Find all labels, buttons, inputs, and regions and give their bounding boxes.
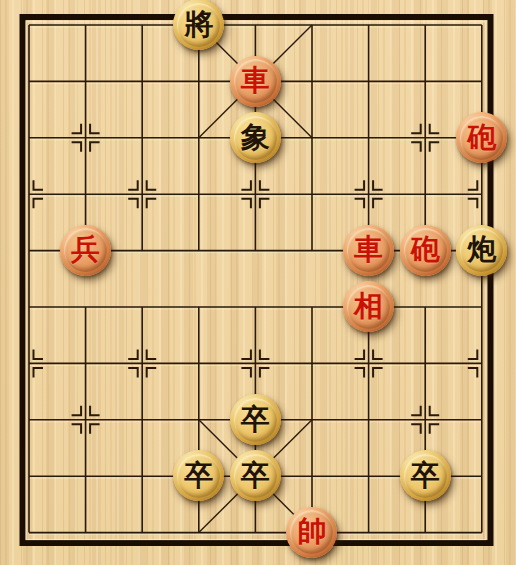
piece-glyph: 卒 xyxy=(234,398,277,442)
piece-glyph: 卒 xyxy=(404,454,447,498)
xiangqi-board[interactable]: 將車象砲兵車砲炮相卒卒卒卒帥 xyxy=(0,0,516,565)
piece-glyph: 車 xyxy=(347,228,390,272)
piece-glyph: 炮 xyxy=(460,228,503,272)
piece-red-cannon[interactable]: 砲 xyxy=(456,112,507,163)
piece-black-soldier[interactable]: 卒 xyxy=(230,394,281,445)
piece-glyph: 卒 xyxy=(177,454,220,498)
piece-black-general[interactable]: 將 xyxy=(173,0,224,50)
piece-glyph: 兵 xyxy=(64,228,107,272)
piece-glyph: 象 xyxy=(234,116,277,160)
piece-red-soldier[interactable]: 兵 xyxy=(60,225,111,276)
piece-black-soldier[interactable]: 卒 xyxy=(230,450,281,501)
piece-glyph: 車 xyxy=(234,59,277,103)
piece-layer: 將車象砲兵車砲炮相卒卒卒卒帥 xyxy=(1,0,510,561)
piece-glyph: 卒 xyxy=(234,454,277,498)
piece-red-general[interactable]: 帥 xyxy=(286,507,337,558)
piece-red-elephant[interactable]: 相 xyxy=(343,281,394,332)
piece-glyph: 相 xyxy=(347,285,390,329)
piece-black-soldier[interactable]: 卒 xyxy=(173,450,224,501)
piece-glyph: 砲 xyxy=(460,116,503,160)
piece-glyph: 砲 xyxy=(404,228,447,272)
piece-glyph: 將 xyxy=(177,3,220,47)
piece-red-cannon[interactable]: 砲 xyxy=(400,225,451,276)
piece-glyph: 帥 xyxy=(290,510,333,554)
piece-black-soldier[interactable]: 卒 xyxy=(400,450,451,501)
piece-black-elephant[interactable]: 象 xyxy=(230,112,281,163)
piece-red-chariot[interactable]: 車 xyxy=(343,225,394,276)
piece-black-cannon[interactable]: 炮 xyxy=(456,225,507,276)
piece-red-chariot[interactable]: 車 xyxy=(230,56,281,107)
